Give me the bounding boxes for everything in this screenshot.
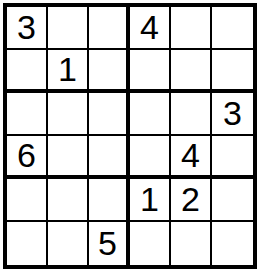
cell-r5c6[interactable]: [212, 179, 253, 222]
cell-r4c1[interactable]: 6: [7, 136, 48, 179]
cell-r3c2[interactable]: [48, 93, 89, 136]
cell-r2c6[interactable]: [212, 50, 253, 93]
cell-r6c1[interactable]: [7, 222, 48, 265]
cell-r3c4[interactable]: [130, 93, 171, 136]
cell-r4c2[interactable]: [48, 136, 89, 179]
cell-r1c1[interactable]: 3: [7, 7, 48, 50]
cell-r1c6[interactable]: [212, 7, 253, 50]
cell-r4c3[interactable]: [89, 136, 130, 179]
cell-r4c5[interactable]: 4: [171, 136, 212, 179]
cell-r6c2[interactable]: [48, 222, 89, 265]
cell-r1c3[interactable]: [89, 7, 130, 50]
cell-r4c6[interactable]: [212, 136, 253, 179]
cell-r5c4[interactable]: 1: [130, 179, 171, 222]
cell-r5c1[interactable]: [7, 179, 48, 222]
cell-r1c5[interactable]: [171, 7, 212, 50]
cell-r2c4[interactable]: [130, 50, 171, 93]
cell-r5c3[interactable]: [89, 179, 130, 222]
cell-r2c5[interactable]: [171, 50, 212, 93]
cell-r5c5[interactable]: 2: [171, 179, 212, 222]
page: 341364125: [0, 0, 255, 267]
cell-r2c2[interactable]: 1: [48, 50, 89, 93]
cell-r6c5[interactable]: [171, 222, 212, 265]
cell-r2c3[interactable]: [89, 50, 130, 93]
cell-r5c2[interactable]: [48, 179, 89, 222]
cell-r6c4[interactable]: [130, 222, 171, 265]
cell-r3c3[interactable]: [89, 93, 130, 136]
cell-r1c4[interactable]: 4: [130, 7, 171, 50]
cell-r1c2[interactable]: [48, 7, 89, 50]
cell-r3c6[interactable]: 3: [212, 93, 253, 136]
cell-r6c6[interactable]: [212, 222, 253, 265]
cell-r3c5[interactable]: [171, 93, 212, 136]
cell-r3c1[interactable]: [7, 93, 48, 136]
cell-r2c1[interactable]: [7, 50, 48, 93]
cell-r6c3[interactable]: 5: [89, 222, 130, 265]
sudoku-board: 341364125: [3, 3, 257, 269]
cell-r4c4[interactable]: [130, 136, 171, 179]
